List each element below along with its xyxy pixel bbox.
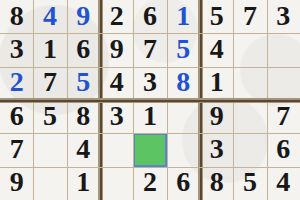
cell-r3-c2[interactable]: 7 xyxy=(33,67,66,100)
cell-r2-c9[interactable] xyxy=(267,33,300,66)
digit: 8 xyxy=(76,102,90,130)
cell-r3-c4[interactable]: 4 xyxy=(100,67,133,100)
cell-r3-c7[interactable]: 1 xyxy=(200,67,233,100)
digit: 2 xyxy=(143,168,157,196)
cell-r1-c9[interactable]: 3 xyxy=(267,0,300,33)
cell-r3-c3[interactable]: 5 xyxy=(67,67,100,100)
digit: 4 xyxy=(210,35,224,63)
cell-r4-c8[interactable] xyxy=(233,100,266,133)
digit: 8 xyxy=(176,68,190,96)
digit: 9 xyxy=(210,102,224,130)
digit: 3 xyxy=(276,2,290,30)
cell-r4-c7[interactable]: 9 xyxy=(200,100,233,133)
cell-r4-c4[interactable]: 3 xyxy=(100,100,133,133)
digit: 5 xyxy=(243,168,257,196)
cell-r5-c3[interactable]: 4 xyxy=(67,133,100,166)
digit: 2 xyxy=(110,2,124,30)
cell-r5-c6[interactable] xyxy=(167,133,200,166)
cell-r2-c3[interactable]: 6 xyxy=(67,33,100,66)
cell-r1-c4[interactable]: 2 xyxy=(100,0,133,33)
cell-r5-c2[interactable] xyxy=(33,133,66,166)
cell-r1-c6[interactable]: 1 xyxy=(167,0,200,33)
cell-r4-c5[interactable]: 1 xyxy=(133,100,166,133)
cell-r2-c1[interactable]: 3 xyxy=(0,33,33,66)
cell-r6-c2[interactable] xyxy=(33,167,66,200)
digit: 6 xyxy=(76,35,90,63)
cell-r2-c2[interactable]: 1 xyxy=(33,33,66,66)
cell-r4-c9[interactable]: 7 xyxy=(267,100,300,133)
cell-r1-c7[interactable]: 5 xyxy=(200,0,233,33)
cell-r5-c1[interactable]: 7 xyxy=(0,133,33,166)
cell-r1-c1[interactable]: 8 xyxy=(0,0,33,33)
digit: 1 xyxy=(143,102,157,130)
digit: 6 xyxy=(176,168,190,196)
cell-r5-c5[interactable] xyxy=(133,133,166,166)
digit: 3 xyxy=(10,35,24,63)
digit: 6 xyxy=(276,135,290,163)
digit: 4 xyxy=(76,135,90,163)
digit: 7 xyxy=(143,35,157,63)
cell-r6-c3[interactable]: 1 xyxy=(67,167,100,200)
digit: 4 xyxy=(43,2,57,30)
cell-r6-c6[interactable]: 6 xyxy=(167,167,200,200)
cell-r3-c5[interactable]: 3 xyxy=(133,67,166,100)
digit: 1 xyxy=(76,168,90,196)
cell-r3-c9[interactable] xyxy=(267,67,300,100)
digit: 5 xyxy=(176,35,190,63)
digit: 5 xyxy=(43,102,57,130)
cell-r5-c7[interactable]: 3 xyxy=(200,133,233,166)
cell-r2-c4[interactable]: 9 xyxy=(100,33,133,66)
cell-r2-c8[interactable] xyxy=(233,33,266,66)
digit: 1 xyxy=(43,35,57,63)
digit: 3 xyxy=(110,102,124,130)
cell-r4-c2[interactable]: 5 xyxy=(33,100,66,133)
digit: 1 xyxy=(210,68,224,96)
cell-r1-c5[interactable]: 6 xyxy=(133,0,166,33)
cell-r6-c5[interactable]: 2 xyxy=(133,167,166,200)
digit: 6 xyxy=(143,2,157,30)
cell-r5-c8[interactable] xyxy=(233,133,266,166)
digit: 8 xyxy=(10,2,24,30)
cell-r4-c6[interactable] xyxy=(167,100,200,133)
digit: 5 xyxy=(210,2,224,30)
digit: 9 xyxy=(10,168,24,196)
digit: 7 xyxy=(243,2,257,30)
digit: 4 xyxy=(276,168,290,196)
cell-r3-c1[interactable]: 2 xyxy=(0,67,33,100)
digit: 9 xyxy=(110,35,124,63)
digit: 4 xyxy=(110,68,124,96)
digit: 3 xyxy=(143,68,157,96)
cell-r4-c1[interactable]: 6 xyxy=(0,100,33,133)
digit: 3 xyxy=(210,135,224,163)
digit: 7 xyxy=(43,68,57,96)
cell-r6-c4[interactable] xyxy=(100,167,133,200)
cell-r6-c8[interactable]: 5 xyxy=(233,167,266,200)
digit: 7 xyxy=(10,135,24,163)
cell-r2-c6[interactable]: 5 xyxy=(167,33,200,66)
digit: 1 xyxy=(176,2,190,30)
cell-r3-c6[interactable]: 8 xyxy=(167,67,200,100)
cell-r5-c4[interactable] xyxy=(100,133,133,166)
cell-r5-c9[interactable]: 6 xyxy=(267,133,300,166)
cell-r4-c3[interactable]: 8 xyxy=(67,100,100,133)
sudoku-board: 8492615733169754275438165831977436912685… xyxy=(0,0,300,200)
digit: 7 xyxy=(276,102,290,130)
digit: 8 xyxy=(210,168,224,196)
digit: 9 xyxy=(76,2,90,30)
cell-r1-c8[interactable]: 7 xyxy=(233,0,266,33)
cell-r6-c7[interactable]: 8 xyxy=(200,167,233,200)
digit: 2 xyxy=(10,68,24,96)
cell-r6-c1[interactable]: 9 xyxy=(0,167,33,200)
cell-r3-c8[interactable] xyxy=(233,67,266,100)
cell-r1-c3[interactable]: 9 xyxy=(67,0,100,33)
cell-r6-c9[interactable]: 4 xyxy=(267,167,300,200)
digit: 5 xyxy=(76,68,90,96)
cell-r2-c7[interactable]: 4 xyxy=(200,33,233,66)
cell-r2-c5[interactable]: 7 xyxy=(133,33,166,66)
digit: 6 xyxy=(10,102,24,130)
cell-r1-c2[interactable]: 4 xyxy=(33,0,66,33)
